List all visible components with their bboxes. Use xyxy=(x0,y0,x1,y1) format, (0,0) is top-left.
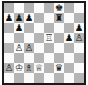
square-e1[interactable] xyxy=(44,73,54,83)
piece-white-pawn[interactable]: ♙ xyxy=(15,43,24,53)
square-g7[interactable] xyxy=(64,13,74,23)
square-f8[interactable]: ♚ xyxy=(54,3,64,13)
square-f5[interactable] xyxy=(54,33,64,43)
square-f7[interactable]: ♜ xyxy=(54,13,64,23)
square-h3[interactable] xyxy=(74,53,84,63)
square-e2[interactable] xyxy=(44,63,54,73)
square-c2[interactable]: ♗ xyxy=(24,63,34,73)
square-c5[interactable] xyxy=(24,33,34,43)
piece-white-pawn[interactable]: ♙ xyxy=(75,33,84,43)
square-a8[interactable] xyxy=(4,3,14,13)
square-b1[interactable] xyxy=(14,73,24,83)
square-b5[interactable] xyxy=(14,33,24,43)
piece-white-pawn[interactable]: ♙ xyxy=(5,63,14,73)
square-h7[interactable] xyxy=(74,13,84,23)
square-f4[interactable] xyxy=(54,43,64,53)
square-d2[interactable]: ♕ xyxy=(34,63,44,73)
square-g5[interactable]: ♟ xyxy=(64,33,74,43)
square-c4[interactable]: ♙ xyxy=(24,43,34,53)
square-e5[interactable]: ♖ xyxy=(44,33,54,43)
board-frame: ♚♟♟♟♜♟♟♖♟♙♙♙♙♔♗♕♛ xyxy=(2,1,86,85)
piece-white-bishop[interactable]: ♗ xyxy=(25,63,34,73)
square-c7[interactable]: ♟ xyxy=(24,13,34,23)
square-g6[interactable] xyxy=(64,23,74,33)
square-e4[interactable] xyxy=(44,43,54,53)
square-f6[interactable] xyxy=(54,23,64,33)
square-d1[interactable] xyxy=(34,73,44,83)
square-d3[interactable] xyxy=(34,53,44,63)
square-g4[interactable] xyxy=(64,43,74,53)
piece-black-rook[interactable]: ♜ xyxy=(55,13,64,23)
square-h1[interactable] xyxy=(74,73,84,83)
square-g1[interactable] xyxy=(64,73,74,83)
square-g8[interactable] xyxy=(64,3,74,13)
square-a3[interactable] xyxy=(4,53,14,63)
piece-white-queen[interactable]: ♕ xyxy=(35,63,44,73)
square-d7[interactable] xyxy=(34,13,44,23)
square-f3[interactable] xyxy=(54,53,64,63)
square-h5[interactable]: ♙ xyxy=(74,33,84,43)
square-e3[interactable] xyxy=(44,53,54,63)
square-a6[interactable] xyxy=(4,23,14,33)
square-c1[interactable] xyxy=(24,73,34,83)
piece-white-rook[interactable]: ♖ xyxy=(45,33,54,43)
square-d4[interactable] xyxy=(34,43,44,53)
square-a1[interactable] xyxy=(4,73,14,83)
square-d5[interactable] xyxy=(34,33,44,43)
square-c8[interactable] xyxy=(24,3,34,13)
piece-black-pawn[interactable]: ♟ xyxy=(65,33,74,43)
square-c6[interactable] xyxy=(24,23,34,33)
square-c3[interactable] xyxy=(24,53,34,63)
square-h8[interactable] xyxy=(74,3,84,13)
square-h6[interactable]: ♟ xyxy=(74,23,84,33)
square-d8[interactable] xyxy=(34,3,44,13)
square-a4[interactable] xyxy=(4,43,14,53)
square-a7[interactable]: ♟ xyxy=(4,13,14,23)
square-f2[interactable]: ♛ xyxy=(54,63,64,73)
piece-black-king[interactable]: ♚ xyxy=(55,3,64,13)
square-h4[interactable] xyxy=(74,43,84,53)
square-e8[interactable] xyxy=(44,3,54,13)
square-a2[interactable]: ♙ xyxy=(4,63,14,73)
square-g3[interactable] xyxy=(64,53,74,63)
square-e6[interactable] xyxy=(44,23,54,33)
square-b4[interactable]: ♙ xyxy=(14,43,24,53)
square-b7[interactable]: ♟ xyxy=(14,13,24,23)
square-d6[interactable] xyxy=(34,23,44,33)
square-a5[interactable] xyxy=(4,33,14,43)
square-g2[interactable] xyxy=(64,63,74,73)
square-b6[interactable]: ♟ xyxy=(14,23,24,33)
chess-diagram: ♚♟♟♟♜♟♟♖♟♙♙♙♙♔♗♕♛ xyxy=(0,0,88,85)
piece-black-pawn[interactable]: ♟ xyxy=(15,23,24,33)
piece-black-pawn[interactable]: ♟ xyxy=(75,23,84,33)
square-e7[interactable] xyxy=(44,13,54,23)
piece-black-pawn[interactable]: ♟ xyxy=(5,13,14,23)
piece-black-queen[interactable]: ♛ xyxy=(55,63,64,73)
chess-board: ♚♟♟♟♜♟♟♖♟♙♙♙♙♔♗♕♛ xyxy=(4,3,84,83)
square-h2[interactable] xyxy=(74,63,84,73)
square-f1[interactable] xyxy=(54,73,64,83)
piece-black-pawn[interactable]: ♟ xyxy=(25,13,34,23)
square-b3[interactable] xyxy=(14,53,24,63)
square-b2[interactable]: ♔ xyxy=(14,63,24,73)
piece-white-pawn[interactable]: ♙ xyxy=(25,43,34,53)
piece-white-king[interactable]: ♔ xyxy=(15,63,24,73)
piece-black-pawn[interactable]: ♟ xyxy=(15,13,24,23)
square-b8[interactable] xyxy=(14,3,24,13)
